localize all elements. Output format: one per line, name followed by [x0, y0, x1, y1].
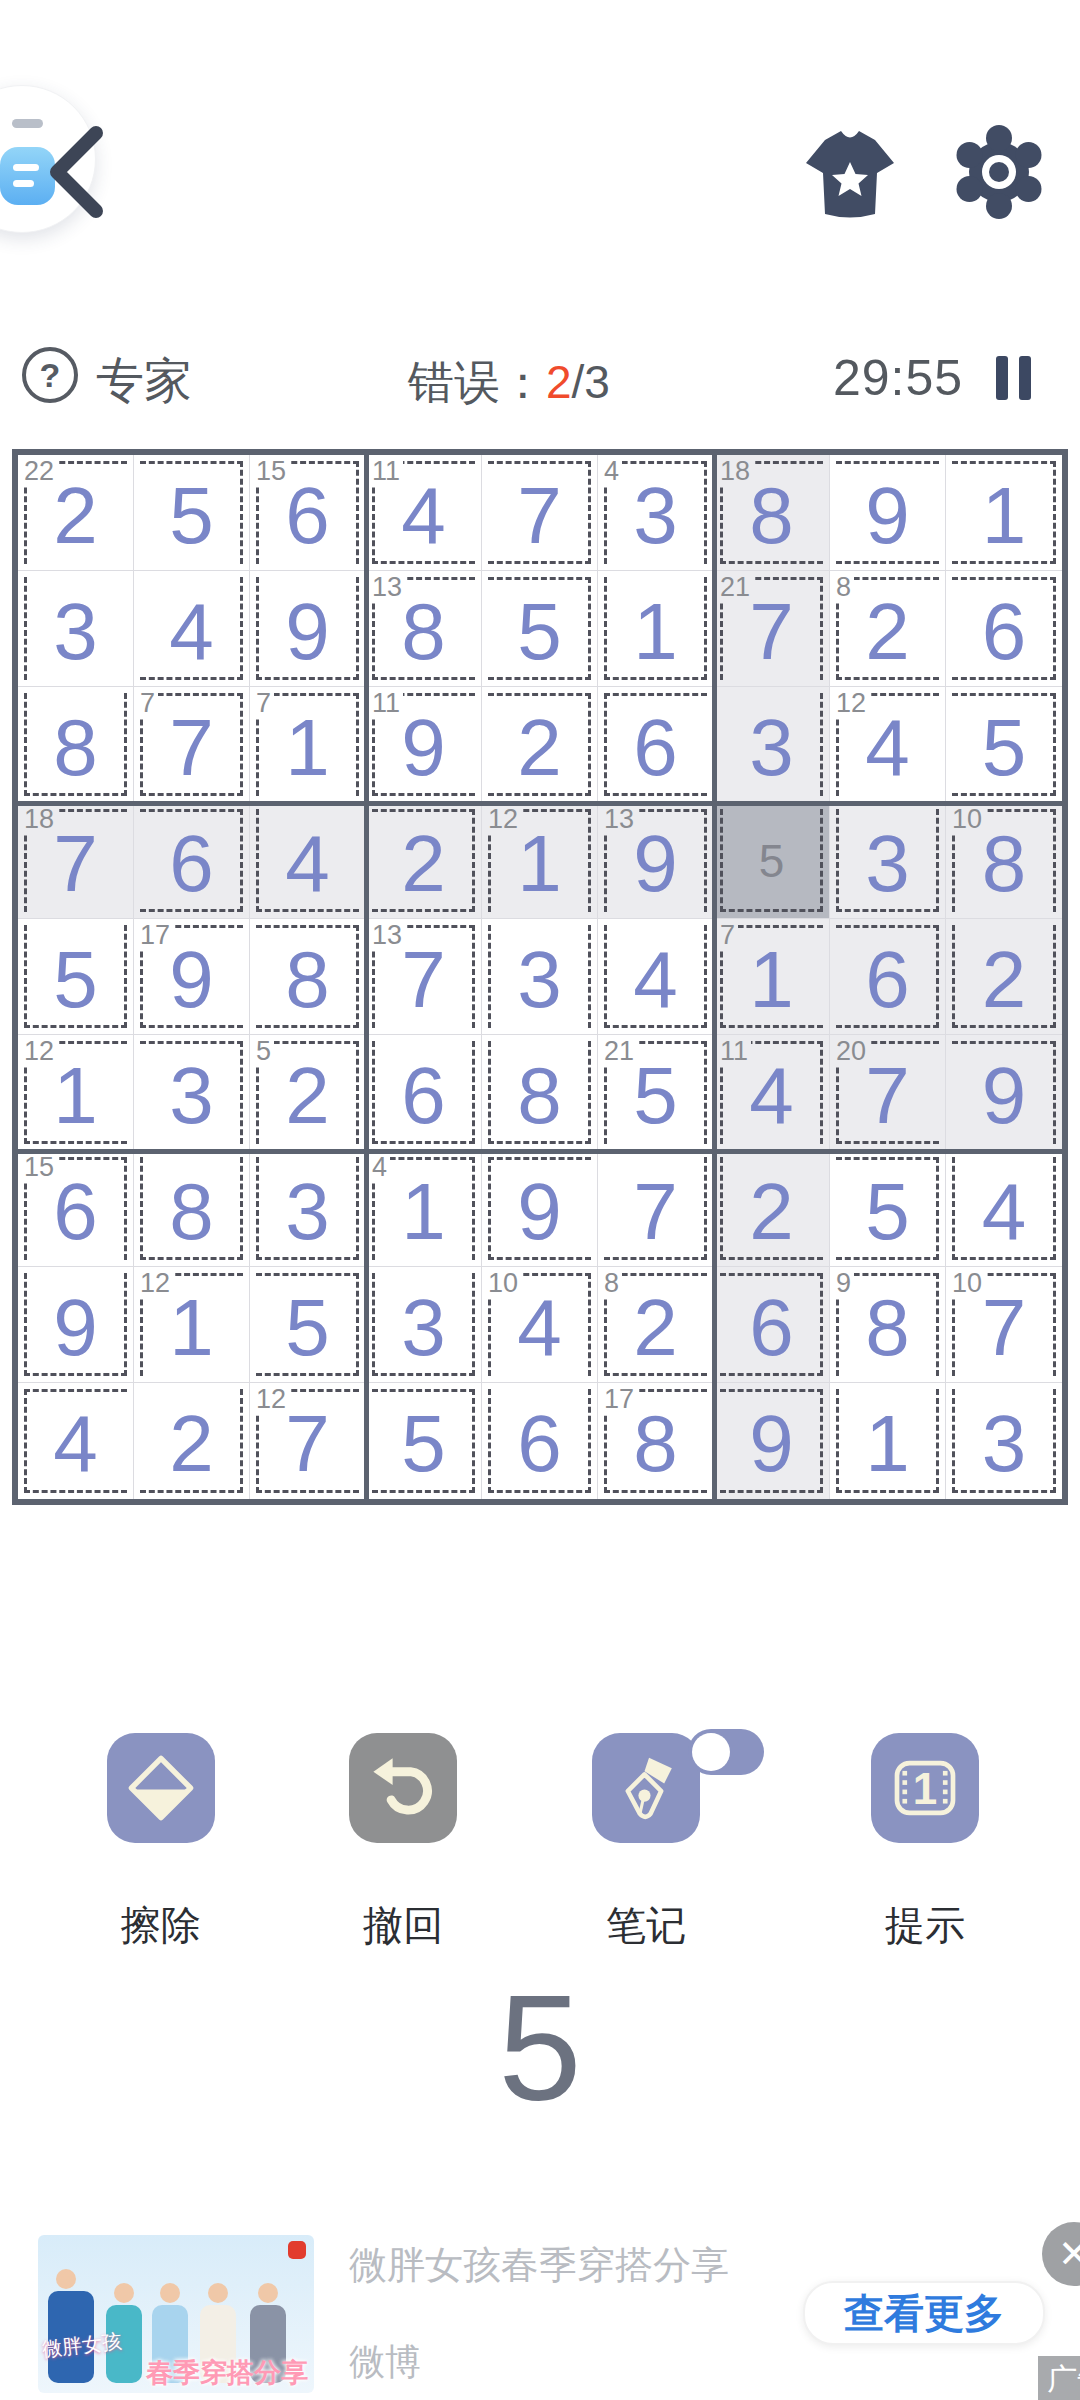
- grid-cell-r4c7[interactable]: 5: [714, 803, 830, 919]
- cell-digit: 8: [169, 1172, 214, 1252]
- grid-cell-r5c7[interactable]: 71: [714, 919, 830, 1035]
- grid-cell-r3c9[interactable]: 5: [946, 687, 1062, 803]
- cell-digit: 5: [633, 1056, 678, 1136]
- grid-cell-r9c4[interactable]: 5: [366, 1383, 482, 1499]
- cell-digit: 7: [982, 1288, 1027, 1368]
- grid-cell-r2c2[interactable]: 4: [134, 571, 250, 687]
- cage-sum: 7: [137, 687, 158, 719]
- grid-cell-r3c1[interactable]: 8: [18, 687, 134, 803]
- grid-cell-r1c7[interactable]: 188: [714, 455, 830, 571]
- cage-sum: 7: [717, 919, 738, 951]
- cage-sum: 17: [601, 1383, 637, 1415]
- grid-cell-r3c4[interactable]: 119: [366, 687, 482, 803]
- grid-cell-r9c8[interactable]: 1: [830, 1383, 946, 1499]
- cage-sum: 12: [253, 1383, 289, 1415]
- grid-cell-r8c6[interactable]: 82: [598, 1267, 714, 1383]
- cell-digit: 2: [865, 592, 910, 672]
- cell-digit: 9: [285, 592, 330, 672]
- cage-sum: 4: [601, 455, 622, 487]
- grid-cell-r7c8[interactable]: 5: [830, 1151, 946, 1267]
- grid-cell-r5c5[interactable]: 3: [482, 919, 598, 1035]
- hint-label: 提示: [825, 1898, 1025, 1953]
- cell-digit: 3: [401, 1288, 446, 1368]
- sudoku-board: 2225156114743188913491385121782687771119…: [18, 455, 1062, 1499]
- pen-nib-icon: [605, 1747, 687, 1829]
- cage-sum: 15: [253, 455, 289, 487]
- grid-cell-r5c8[interactable]: 6: [830, 919, 946, 1035]
- grid-cell-r1c6[interactable]: 43: [598, 455, 714, 571]
- error-counter: 错误：2/3: [408, 352, 610, 414]
- grid-cell-r1c9[interactable]: 1: [946, 455, 1062, 571]
- cell-digit: 6: [982, 592, 1027, 672]
- ad-creative-maintext: 春季穿搭分享: [146, 2355, 308, 2391]
- cell-digit: 2: [982, 940, 1027, 1020]
- tshirt-star-icon[interactable]: [800, 128, 900, 222]
- cell-digit: 3: [53, 592, 98, 672]
- grid-cell-r8c1[interactable]: 9: [18, 1267, 134, 1383]
- cage-sum: 20: [833, 1035, 869, 1067]
- cell-digit: 7: [53, 824, 98, 904]
- cell-digit: 5: [169, 476, 214, 556]
- grid-cell-r4c4[interactable]: 2: [366, 803, 482, 919]
- grid-cell-r9c1[interactable]: 4: [18, 1383, 134, 1499]
- cage-sum: 5: [253, 1035, 274, 1067]
- grid-cell-r2c6[interactable]: 1: [598, 571, 714, 687]
- grid-cell-r4c3[interactable]: 4: [250, 803, 366, 919]
- cell-digit: 2: [633, 1288, 678, 1368]
- cell-digit: 2: [169, 1404, 214, 1484]
- cage-sum: 12: [485, 803, 521, 835]
- cell-digit: 1: [517, 824, 562, 904]
- grid-cell-r7c4[interactable]: 41: [366, 1151, 482, 1267]
- cell-digit: 4: [285, 824, 330, 904]
- grid-cell-r9c5[interactable]: 6: [482, 1383, 598, 1499]
- killer-sudoku-screen: { "game": "killer-sudoku", "topbar": { "…: [0, 0, 1080, 2400]
- ad-source: 微博: [349, 2338, 421, 2387]
- cell-digit: 8: [865, 1288, 910, 1368]
- grid-cell-r3c2[interactable]: 77: [134, 687, 250, 803]
- grid-cell-r7c2[interactable]: 8: [134, 1151, 250, 1267]
- cell-digit: 4: [169, 592, 214, 672]
- grid-cell-r6c4[interactable]: 6: [366, 1035, 482, 1151]
- cell-digit: 9: [169, 940, 214, 1020]
- back-chevron-icon[interactable]: [48, 126, 110, 218]
- cell-digit: 1: [865, 1404, 910, 1484]
- grid-cell-r8c7[interactable]: 6: [714, 1267, 830, 1383]
- grid-cell-r2c9[interactable]: 6: [946, 571, 1062, 687]
- grid-cell-r7c3[interactable]: 3: [250, 1151, 366, 1267]
- cell-digit: 5: [865, 1172, 910, 1252]
- cage-sum: 17: [137, 919, 173, 951]
- cell-digit: 4: [517, 1288, 562, 1368]
- cell-digit: 5: [53, 940, 98, 1020]
- cell-digit: 3: [749, 708, 794, 788]
- grid-cell-r7c7[interactable]: 2: [714, 1151, 830, 1267]
- cell-digit: 9: [53, 1288, 98, 1368]
- grid-cell-r3c3[interactable]: 71: [250, 687, 366, 803]
- cell-digit: 5: [285, 1288, 330, 1368]
- grid-cell-r3c6[interactable]: 6: [598, 687, 714, 803]
- cell-digit: 1: [633, 592, 678, 672]
- cage-sum: 18: [21, 803, 57, 835]
- cell-digit: 6: [633, 708, 678, 788]
- notes-toggle[interactable]: [688, 1729, 764, 1775]
- cell-digit: 7: [285, 1404, 330, 1484]
- cell-digit: 8: [53, 708, 98, 788]
- cell-digit: 8: [633, 1404, 678, 1484]
- undo-button[interactable]: [349, 1733, 457, 1843]
- notes-label: 笔记: [546, 1898, 746, 1953]
- erase-button[interactable]: [107, 1733, 215, 1843]
- cell-digit: 1: [169, 1288, 214, 1368]
- cell-digit: 2: [53, 476, 98, 556]
- cell-digit: 9: [749, 1404, 794, 1484]
- cell-digit: 6: [865, 940, 910, 1020]
- cell-digit: 2: [517, 708, 562, 788]
- grid-cell-r6c2[interactable]: 3: [134, 1035, 250, 1151]
- cell-digit: 9: [982, 1056, 1027, 1136]
- cell-digit: 1: [401, 1172, 446, 1252]
- grid-cell-r8c2[interactable]: 121: [134, 1267, 250, 1383]
- cell-digit: 9: [401, 708, 446, 788]
- cage-sum: 12: [21, 1035, 57, 1067]
- ad-image[interactable]: 微胖女孩 春季穿搭分享: [38, 2235, 314, 2393]
- grid-cell-r9c3[interactable]: 127: [250, 1383, 366, 1499]
- cell-digit: 7: [633, 1172, 678, 1252]
- cell-digit: 6: [749, 1288, 794, 1368]
- grid-cell-r5c9[interactable]: 2: [946, 919, 1062, 1035]
- cage-sum: 11: [369, 455, 403, 487]
- undo-icon: [363, 1748, 443, 1828]
- grid-cell-r9c2[interactable]: 2: [134, 1383, 250, 1499]
- grid-cell-r5c1[interactable]: 5: [18, 919, 134, 1035]
- grid-cell-r7c9[interactable]: 4: [946, 1151, 1062, 1267]
- errors-current: 2: [546, 356, 572, 408]
- cage-sum: 9: [833, 1267, 854, 1299]
- pause-icon[interactable]: [996, 356, 1040, 400]
- cell-digit: 3: [865, 824, 910, 904]
- cell-digit: 5: [401, 1404, 446, 1484]
- cage-sum: 10: [949, 803, 985, 835]
- cage-sum: 11: [369, 687, 403, 719]
- grid-cell-r2c3[interactable]: 9: [250, 571, 366, 687]
- cell-digit: 3: [517, 940, 562, 1020]
- cage-sum: 10: [485, 1267, 521, 1299]
- grid-cell-r4c1[interactable]: 187: [18, 803, 134, 919]
- cell-digit: 4: [53, 1404, 98, 1484]
- numpad-digit-5[interactable]: 5: [0, 1962, 1080, 2135]
- cage-sum: 11: [717, 1035, 751, 1067]
- hint-count-badge: 1: [871, 1733, 979, 1843]
- grid-cell-r3c5[interactable]: 2: [482, 687, 598, 803]
- grid-cell-r2c5[interactable]: 5: [482, 571, 598, 687]
- grid-cell-r6c6[interactable]: 215: [598, 1035, 714, 1151]
- assistant-dash: [12, 119, 43, 128]
- cell-digit: 3: [982, 1404, 1027, 1484]
- grid-cell-r6c1[interactable]: 121: [18, 1035, 134, 1151]
- cell-digit: 8: [982, 824, 1027, 904]
- grid-cell-r5c3[interactable]: 8: [250, 919, 366, 1035]
- grid-cell-r7c6[interactable]: 7: [598, 1151, 714, 1267]
- notes-button[interactable]: [592, 1733, 700, 1843]
- cell-digit: 6: [169, 824, 214, 904]
- cell-digit: 9: [633, 824, 678, 904]
- cell-digit: 1: [749, 940, 794, 1020]
- grid-cell-r7c1[interactable]: 156: [18, 1151, 134, 1267]
- help-circle-icon[interactable]: ?: [22, 347, 78, 403]
- chat-bubble-icon[interactable]: [0, 147, 55, 205]
- grid-cell-r4c6[interactable]: 139: [598, 803, 714, 919]
- box-divider: [364, 455, 369, 1499]
- ad-logo: [288, 2241, 306, 2259]
- cage-sum: 7: [253, 687, 274, 719]
- grid-cell-r6c3[interactable]: 52: [250, 1035, 366, 1151]
- cell-digit: 6: [285, 476, 330, 556]
- cell-digit: 6: [401, 1056, 446, 1136]
- grid-cell-r4c9[interactable]: 108: [946, 803, 1062, 919]
- cell-digit: 4: [749, 1056, 794, 1136]
- grid-cell-r9c6[interactable]: 178: [598, 1383, 714, 1499]
- undo-label: 撤回: [303, 1898, 503, 1953]
- cell-digit: 8: [285, 940, 330, 1020]
- erase-label: 擦除: [61, 1898, 261, 1953]
- cell-digit: 4: [633, 940, 678, 1020]
- grid-cell-r1c1[interactable]: 222: [18, 455, 134, 571]
- grid-cell-r6c9[interactable]: 9: [946, 1035, 1062, 1151]
- grid-cell-r1c8[interactable]: 9: [830, 455, 946, 571]
- cell-digit: 1: [285, 708, 330, 788]
- toggle-knob: [692, 1733, 730, 1771]
- cell-digit: 9: [517, 1172, 562, 1252]
- cage-sum: 18: [717, 455, 753, 487]
- cell-digit: 6: [53, 1172, 98, 1252]
- grid-cell-r5c2[interactable]: 179: [134, 919, 250, 1035]
- cell-digit: 1: [53, 1056, 98, 1136]
- grid-cell-r2c1[interactable]: 3: [18, 571, 134, 687]
- cage-sum: 8: [833, 571, 854, 603]
- box-divider: [712, 455, 717, 1499]
- eraser-icon: [119, 1746, 203, 1830]
- grid-cell-r8c3[interactable]: 5: [250, 1267, 366, 1383]
- cell-digit: 6: [517, 1404, 562, 1484]
- ad-title: 微胖女孩春季穿搭分享: [349, 2240, 729, 2291]
- cage-sum: 8: [601, 1267, 622, 1299]
- cage-sum: 10: [949, 1267, 985, 1299]
- grid-cell-r1c5[interactable]: 7: [482, 455, 598, 571]
- cell-digit: 7: [749, 592, 794, 672]
- grid-cell-r2c7[interactable]: 217: [714, 571, 830, 687]
- difficulty-label: 专家: [96, 349, 192, 413]
- grid-cell-r4c8[interactable]: 3: [830, 803, 946, 919]
- cell-digit: 1: [982, 476, 1027, 556]
- cage-sum: 21: [717, 571, 753, 603]
- cell-digit: 3: [169, 1056, 214, 1136]
- grid-cell-r3c7[interactable]: 3: [714, 687, 830, 803]
- cell-digit: 8: [401, 592, 446, 672]
- grid-cell-r5c4[interactable]: 137: [366, 919, 482, 1035]
- cell-digit: 3: [285, 1172, 330, 1252]
- grid-cell-r6c8[interactable]: 207: [830, 1035, 946, 1151]
- grid-cell-r3c8[interactable]: 124: [830, 687, 946, 803]
- box-divider: [18, 1149, 1062, 1154]
- grid-cell-r1c3[interactable]: 156: [250, 455, 366, 571]
- cell-digit: 2: [285, 1056, 330, 1136]
- cell-digit: 7: [401, 940, 446, 1020]
- cell-digit: 4: [982, 1172, 1027, 1252]
- grid-cell-r8c8[interactable]: 98: [830, 1267, 946, 1383]
- grid-cell-r4c2[interactable]: 6: [134, 803, 250, 919]
- grid-cell-r1c2[interactable]: 5: [134, 455, 250, 571]
- grid-cell-r6c5[interactable]: 8: [482, 1035, 598, 1151]
- cell-digit: 8: [517, 1056, 562, 1136]
- grid-cell-r9c7[interactable]: 9: [714, 1383, 830, 1499]
- cell-digit: 4: [865, 708, 910, 788]
- cage-sum: 22: [21, 455, 57, 487]
- cage-sum: 12: [833, 687, 869, 719]
- gear-icon[interactable]: [951, 124, 1047, 220]
- grid-cell-r2c4[interactable]: 138: [366, 571, 482, 687]
- grid-cell-r1c4[interactable]: 114: [366, 455, 482, 571]
- cell-digit: 7: [169, 708, 214, 788]
- cell-digit: 7: [865, 1056, 910, 1136]
- grid-cell-r8c4[interactable]: 3: [366, 1267, 482, 1383]
- grid-cell-r9c9[interactable]: 3: [946, 1383, 1062, 1499]
- cell-digit: 5: [517, 592, 562, 672]
- timer: 29:55: [833, 349, 963, 407]
- grid-cell-r2c8[interactable]: 82: [830, 571, 946, 687]
- cell-digit: 4: [401, 476, 446, 556]
- cell-digit: 2: [749, 1172, 794, 1252]
- box-divider: [18, 801, 1062, 806]
- errors-max: /3: [572, 356, 610, 408]
- close-icon[interactable]: ✕: [1042, 2222, 1080, 2286]
- grid-cell-r8c9[interactable]: 107: [946, 1267, 1062, 1383]
- cage-sum: 13: [369, 571, 405, 603]
- cell-digit: 3: [633, 476, 678, 556]
- ad-cta-button[interactable]: 查看更多: [803, 2281, 1045, 2345]
- cell-digit: 2: [401, 824, 446, 904]
- grid-cell-r8c5[interactable]: 104: [482, 1267, 598, 1383]
- cage-sum: 21: [601, 1035, 637, 1067]
- cell-digit: 8: [749, 476, 794, 556]
- grid-cell-r6c7[interactable]: 114: [714, 1035, 830, 1151]
- cell-digit: 5: [982, 708, 1027, 788]
- cell-digit: 7: [517, 476, 562, 556]
- cell-digit: 9: [865, 476, 910, 556]
- grid-cell-r4c5[interactable]: 121: [482, 803, 598, 919]
- cage-sum: 12: [137, 1267, 173, 1299]
- grid-cell-r7c5[interactable]: 9: [482, 1151, 598, 1267]
- cell-note: 5: [759, 838, 785, 884]
- cage-sum: 15: [21, 1151, 57, 1183]
- grid-cell-r5c6[interactable]: 4: [598, 919, 714, 1035]
- cage-sum: 13: [369, 919, 405, 951]
- ad-tag: 广告: [1038, 2356, 1080, 2400]
- errors-label: 错误：: [408, 356, 546, 408]
- cage-sum: 13: [601, 803, 637, 835]
- cage-sum: 4: [369, 1151, 390, 1183]
